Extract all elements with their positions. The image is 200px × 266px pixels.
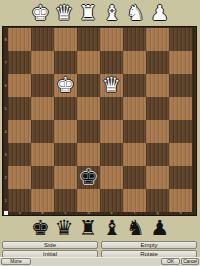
square-f1[interactable] <box>123 189 146 212</box>
side-button[interactable]: Side <box>2 241 98 249</box>
square-f7[interactable] <box>123 51 146 74</box>
square-e1[interactable] <box>100 189 123 212</box>
square-g7[interactable] <box>146 51 169 74</box>
square-f8[interactable] <box>123 28 146 51</box>
square-a7[interactable] <box>8 51 31 74</box>
square-f5[interactable] <box>123 97 146 120</box>
palette-white-knight[interactable]: ♞ <box>126 3 145 24</box>
square-d3[interactable] <box>77 143 100 166</box>
square-h6[interactable] <box>169 74 192 97</box>
empty-button[interactable]: Empty <box>101 241 197 249</box>
square-b5[interactable] <box>31 97 54 120</box>
square-a2[interactable] <box>8 166 31 189</box>
square-d8[interactable] <box>77 28 100 51</box>
square-g6[interactable] <box>146 74 169 97</box>
palette-white-rook[interactable]: ♜ <box>79 3 98 24</box>
square-f6[interactable] <box>123 74 146 97</box>
position-setup-dialog: { "game": "chess", "app": { "view": "pos… <box>0 0 200 266</box>
square-b2[interactable] <box>31 166 54 189</box>
square-b7[interactable] <box>31 51 54 74</box>
square-a4[interactable] <box>8 120 31 143</box>
square-d1[interactable] <box>77 189 100 212</box>
square-c7[interactable] <box>54 51 77 74</box>
square-h8[interactable] <box>169 28 192 51</box>
square-f2[interactable] <box>123 166 146 189</box>
square-a3[interactable] <box>8 143 31 166</box>
square-d2[interactable]: ♚ <box>77 166 100 189</box>
palette-black-bishop[interactable]: ♝ <box>103 218 122 239</box>
palette-white-queen[interactable]: ♛ <box>55 3 74 24</box>
square-a6[interactable] <box>8 74 31 97</box>
square-c3[interactable] <box>54 143 77 166</box>
square-f3[interactable] <box>123 143 146 166</box>
square-a5[interactable] <box>8 97 31 120</box>
square-e5[interactable] <box>100 97 123 120</box>
square-d6[interactable] <box>77 74 100 97</box>
square-c1[interactable] <box>54 189 77 212</box>
palette-white-bishop[interactable]: ♝ <box>103 3 122 24</box>
square-b4[interactable] <box>31 120 54 143</box>
square-e8[interactable] <box>100 28 123 51</box>
square-g4[interactable] <box>146 120 169 143</box>
square-g3[interactable] <box>146 143 169 166</box>
square-g1[interactable] <box>146 189 169 212</box>
square-g5[interactable] <box>146 97 169 120</box>
square-a8[interactable] <box>8 28 31 51</box>
square-d7[interactable] <box>77 51 100 74</box>
palette-black-knight[interactable]: ♞ <box>126 218 145 239</box>
square-b8[interactable] <box>31 28 54 51</box>
square-h3[interactable] <box>169 143 192 166</box>
square-h7[interactable] <box>169 51 192 74</box>
white-king: ♚ <box>56 75 75 96</box>
palette-black-pawn[interactable]: ♟ <box>150 218 169 239</box>
square-h1[interactable] <box>169 189 192 212</box>
square-b3[interactable] <box>31 143 54 166</box>
ok-button[interactable]: OK <box>161 258 180 265</box>
board-squares: ♚♛♚ <box>8 28 192 212</box>
square-c6[interactable]: ♚ <box>54 74 77 97</box>
square-c8[interactable] <box>54 28 77 51</box>
palette-white-king[interactable]: ♚ <box>31 3 50 24</box>
square-c2[interactable] <box>54 166 77 189</box>
square-g2[interactable] <box>146 166 169 189</box>
square-e2[interactable] <box>100 166 123 189</box>
square-h5[interactable] <box>169 97 192 120</box>
square-e4[interactable] <box>100 120 123 143</box>
board-frame: 87654321 ♚♛♚ abcdefgh <box>2 26 197 216</box>
white-piece-palette: ♚♛♜♝♞♟ <box>0 0 200 27</box>
square-c5[interactable] <box>54 97 77 120</box>
palette-black-king[interactable]: ♚ <box>31 218 50 239</box>
square-b1[interactable] <box>31 189 54 212</box>
palette-black-queen[interactable]: ♛ <box>55 218 74 239</box>
black-king: ♚ <box>79 167 98 188</box>
cancel-button[interactable]: Cancel <box>181 258 199 265</box>
square-f4[interactable] <box>123 120 146 143</box>
square-e3[interactable] <box>100 143 123 166</box>
palette-black-rook[interactable]: ♜ <box>79 218 98 239</box>
square-c4[interactable] <box>54 120 77 143</box>
palette-white-pawn[interactable]: ♟ <box>150 3 169 24</box>
square-e6[interactable]: ♛ <box>100 74 123 97</box>
black-piece-palette: ♚♛♜♝♞♟ <box>0 215 200 241</box>
square-d4[interactable] <box>77 120 100 143</box>
square-h2[interactable] <box>169 166 192 189</box>
more-button[interactable]: More <box>1 258 31 265</box>
square-a1[interactable] <box>8 189 31 212</box>
square-e7[interactable] <box>100 51 123 74</box>
square-g8[interactable] <box>146 28 169 51</box>
square-d5[interactable] <box>77 97 100 120</box>
white-queen: ♛ <box>102 75 121 96</box>
square-b6[interactable] <box>31 74 54 97</box>
square-h4[interactable] <box>169 120 192 143</box>
